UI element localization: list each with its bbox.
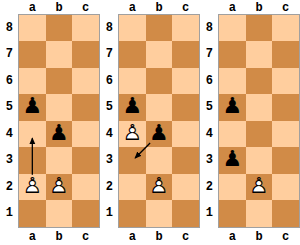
- square-b7: [46, 41, 73, 68]
- square-c3: [172, 147, 199, 174]
- chess-board-1: abc87654321♟♟♟♙♟♙abc: [0, 0, 100, 245]
- square-b6: [46, 68, 73, 95]
- rank-label: 7: [100, 41, 118, 68]
- file-label: b: [146, 231, 173, 243]
- black-pawn: ♟: [46, 121, 73, 148]
- file-label: a: [119, 231, 146, 243]
- square-a7: [119, 41, 146, 68]
- file-labels-bottom: abc: [119, 228, 200, 245]
- square-b8: [46, 15, 73, 42]
- square-a7: [219, 41, 246, 68]
- square-b2: ♟♙: [146, 174, 173, 201]
- square-c2: [172, 174, 199, 201]
- file-labels-top: abc: [219, 0, 300, 14]
- chess-board-2: abc87654321♟♟♙♟♟♙abc: [100, 0, 200, 245]
- file-label: a: [219, 2, 246, 14]
- square-b3: [246, 147, 273, 174]
- square-b3: [146, 147, 173, 174]
- board-middle: 87654321♟♟♟♙♟♙: [0, 14, 100, 228]
- file-label: b: [146, 2, 173, 14]
- square-c3: [272, 147, 299, 174]
- white-pawn-outline: ♙: [22, 175, 42, 197]
- square-b7: [246, 41, 273, 68]
- file-label: b: [46, 231, 73, 243]
- rank-labels: 87654321: [200, 14, 218, 228]
- rank-label: 6: [200, 68, 218, 95]
- black-pawn: ♟: [219, 94, 246, 121]
- white-pawn-outline: ♙: [49, 175, 69, 197]
- square-c5: [72, 94, 99, 121]
- square-b4: ♟: [146, 121, 173, 148]
- file-label: c: [272, 2, 299, 14]
- file-labels-top: abc: [119, 0, 200, 14]
- square-b5: [246, 94, 273, 121]
- square-b6: [246, 68, 273, 95]
- rank-label: 8: [100, 15, 118, 42]
- rank-label: 3: [100, 147, 118, 174]
- rank-label: 3: [0, 147, 18, 174]
- square-a3: [119, 147, 146, 174]
- rank-label: 6: [100, 68, 118, 95]
- rank-label: 1: [200, 200, 218, 227]
- square-c1: [72, 200, 99, 227]
- square-c6: [172, 68, 199, 95]
- black-pawn-glyph: ♟: [222, 148, 242, 170]
- square-b5: [46, 94, 73, 121]
- board-2-grid: ♟♟♙♟♟♙: [118, 14, 200, 228]
- square-c2: [272, 174, 299, 201]
- square-a3: [19, 147, 46, 174]
- square-a2: ♟♙: [19, 174, 46, 201]
- square-a6: [119, 68, 146, 95]
- square-a6: [19, 68, 46, 95]
- square-c4: [272, 121, 299, 148]
- square-b3: [46, 147, 73, 174]
- square-b7: [146, 41, 173, 68]
- file-label: b: [46, 2, 73, 14]
- board-3-grid: ♟♟♟♙: [218, 14, 300, 228]
- white-pawn: ♟♙: [46, 174, 73, 201]
- file-label: a: [19, 231, 46, 243]
- square-a2: [119, 174, 146, 201]
- square-a6: [219, 68, 246, 95]
- file-label: c: [172, 231, 199, 243]
- file-label: c: [72, 231, 99, 243]
- black-pawn-glyph: ♟: [149, 122, 169, 144]
- square-b6: [146, 68, 173, 95]
- square-a8: [219, 15, 246, 42]
- rank-label: 1: [0, 200, 18, 227]
- black-pawn-glyph: ♟: [122, 95, 142, 117]
- rank-label: 8: [0, 15, 18, 42]
- white-pawn-outline: ♙: [149, 175, 169, 197]
- board-middle: 87654321♟♟♙♟♟♙: [100, 14, 200, 228]
- file-label: a: [119, 2, 146, 14]
- square-a7: [19, 41, 46, 68]
- file-label: c: [172, 2, 199, 14]
- file-labels-bottom: abc: [219, 228, 300, 245]
- rank-label: 4: [0, 121, 18, 148]
- white-pawn: ♟♙: [19, 174, 46, 201]
- square-c4: [72, 121, 99, 148]
- square-a1: [219, 200, 246, 227]
- file-label: b: [246, 2, 273, 14]
- black-pawn-glyph: ♟: [222, 95, 242, 117]
- square-c8: [172, 15, 199, 42]
- black-pawn-glyph: ♟: [22, 95, 42, 117]
- square-b4: ♟: [46, 121, 73, 148]
- black-pawn: ♟: [219, 147, 246, 174]
- black-pawn: ♟: [19, 94, 46, 121]
- square-a2: [219, 174, 246, 201]
- chess-board-3: abc87654321♟♟♟♙abc: [200, 0, 300, 245]
- rank-label: 2: [200, 174, 218, 201]
- rank-label: 2: [100, 174, 118, 201]
- square-a4: [19, 121, 46, 148]
- square-c3: [72, 147, 99, 174]
- square-b1: [146, 200, 173, 227]
- rank-label: 5: [100, 94, 118, 121]
- black-pawn-glyph: ♟: [49, 122, 69, 144]
- square-a4: [219, 121, 246, 148]
- rank-label: 7: [0, 41, 18, 68]
- square-c7: [172, 41, 199, 68]
- rank-label: 2: [0, 174, 18, 201]
- white-pawn: ♟♙: [246, 174, 273, 201]
- rank-label: 5: [200, 94, 218, 121]
- square-a3: ♟: [219, 147, 246, 174]
- square-a5: ♟: [119, 94, 146, 121]
- board-1-grid: ♟♟♟♙♟♙: [18, 14, 100, 228]
- file-labels-top: abc: [19, 0, 100, 14]
- file-label: a: [19, 2, 46, 14]
- square-c5: [272, 94, 299, 121]
- white-pawn: ♟♙: [146, 174, 173, 201]
- square-c8: [272, 15, 299, 42]
- white-pawn-outline: ♙: [249, 175, 269, 197]
- square-c7: [72, 41, 99, 68]
- rank-label: 4: [100, 121, 118, 148]
- square-b1: [246, 200, 273, 227]
- square-c1: [272, 200, 299, 227]
- square-a1: [19, 200, 46, 227]
- file-label: c: [272, 231, 299, 243]
- black-pawn: ♟: [146, 121, 173, 148]
- board-middle: 87654321♟♟♟♙: [200, 14, 300, 228]
- square-b2: ♟♙: [246, 174, 273, 201]
- square-b8: [246, 15, 273, 42]
- square-c4: [172, 121, 199, 148]
- square-b5: [146, 94, 173, 121]
- file-labels-bottom: abc: [19, 228, 100, 245]
- square-b2: ♟♙: [46, 174, 73, 201]
- black-pawn: ♟: [119, 94, 146, 121]
- square-c7: [272, 41, 299, 68]
- rank-label: 4: [200, 121, 218, 148]
- rank-label: 8: [200, 15, 218, 42]
- square-b4: [246, 121, 273, 148]
- square-b8: [146, 15, 173, 42]
- square-a8: [19, 15, 46, 42]
- square-a5: ♟: [219, 94, 246, 121]
- rank-label: 6: [0, 68, 18, 95]
- file-label: c: [72, 2, 99, 14]
- white-pawn: ♟♙: [119, 121, 146, 148]
- square-a5: ♟: [19, 94, 46, 121]
- rank-labels: 87654321: [100, 14, 118, 228]
- square-a4: ♟♙: [119, 121, 146, 148]
- square-b1: [46, 200, 73, 227]
- square-c8: [72, 15, 99, 42]
- square-c1: [172, 200, 199, 227]
- diagram-row: abc87654321♟♟♟♙♟♙abcabc87654321♟♟♙♟♟♙abc…: [0, 0, 300, 245]
- white-pawn-outline: ♙: [122, 122, 142, 144]
- square-c6: [72, 68, 99, 95]
- file-label: b: [246, 231, 273, 243]
- rank-label: 7: [200, 41, 218, 68]
- rank-labels: 87654321: [0, 14, 18, 228]
- file-label: a: [219, 231, 246, 243]
- square-c5: [172, 94, 199, 121]
- square-c2: [72, 174, 99, 201]
- square-a1: [119, 200, 146, 227]
- rank-label: 5: [0, 94, 18, 121]
- square-a8: [119, 15, 146, 42]
- rank-label: 3: [200, 147, 218, 174]
- square-c6: [272, 68, 299, 95]
- rank-label: 1: [100, 200, 118, 227]
